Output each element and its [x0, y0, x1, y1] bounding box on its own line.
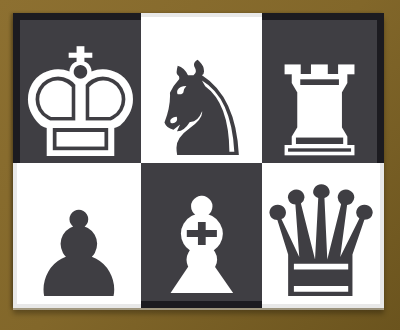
- square-r2c3[interactable]: ♛: [262, 163, 384, 308]
- square-r1c2[interactable]: ♞: [141, 13, 262, 163]
- square-r2c2[interactable]: ♝: [141, 163, 262, 308]
- white-king-piece: ♚: [13, 29, 141, 164]
- white-rook-piece: ♜: [264, 50, 375, 163]
- square-r1c3[interactable]: ♜: [262, 13, 384, 163]
- picture-frame: ♚ ♞ ♜ ♟ ♝ ♛: [0, 0, 400, 330]
- black-pawn-piece: ♟: [26, 196, 132, 308]
- chess-board: ♚ ♞ ♜ ♟ ♝ ♛: [13, 13, 384, 308]
- black-queen-piece: ♛: [262, 167, 384, 308]
- white-bishop-piece: ♝: [142, 181, 261, 308]
- square-r1c1[interactable]: ♚: [13, 13, 141, 163]
- black-knight-piece: ♞: [143, 45, 260, 163]
- square-r2c1[interactable]: ♟: [13, 163, 141, 308]
